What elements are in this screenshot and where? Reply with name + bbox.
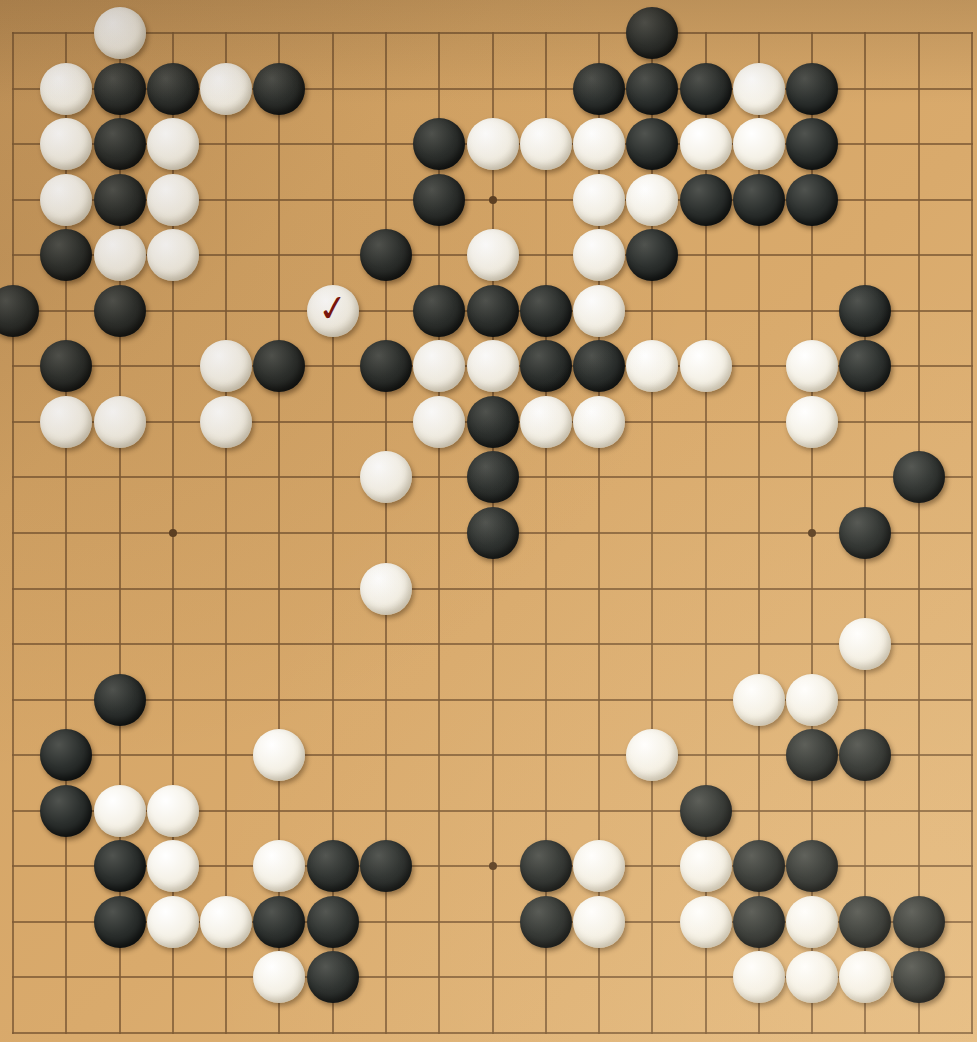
white-stone	[680, 840, 732, 892]
white-stone	[733, 951, 785, 1003]
white-stone	[626, 174, 678, 226]
black-stone	[94, 118, 146, 170]
white-stone	[147, 840, 199, 892]
white-stone	[200, 63, 252, 115]
black-stone	[467, 396, 519, 448]
black-stone	[360, 840, 412, 892]
white-stone	[680, 340, 732, 392]
white-stone	[40, 63, 92, 115]
black-stone	[467, 285, 519, 337]
white-stone	[786, 674, 838, 726]
white-stone	[94, 229, 146, 281]
white-stone	[147, 785, 199, 837]
white-stone	[467, 229, 519, 281]
black-stone	[40, 785, 92, 837]
white-stone	[40, 118, 92, 170]
white-stone	[520, 118, 572, 170]
white-stone	[573, 285, 625, 337]
white-stone	[786, 951, 838, 1003]
white-stone	[680, 118, 732, 170]
white-stone	[147, 896, 199, 948]
white-stone	[200, 896, 252, 948]
black-stone	[680, 63, 732, 115]
white-stone	[147, 174, 199, 226]
black-stone	[467, 507, 519, 559]
white-stone	[94, 7, 146, 59]
white-stone	[839, 618, 891, 670]
white-stone	[573, 840, 625, 892]
white-stone	[40, 174, 92, 226]
white-stone	[200, 340, 252, 392]
white-stone	[786, 896, 838, 948]
white-stone	[573, 396, 625, 448]
black-stone	[94, 840, 146, 892]
black-stone	[626, 118, 678, 170]
white-stone	[307, 285, 359, 337]
white-stone	[40, 396, 92, 448]
white-stone	[520, 396, 572, 448]
white-stone	[94, 785, 146, 837]
white-stone	[839, 951, 891, 1003]
star-point	[169, 529, 177, 537]
black-stone	[573, 63, 625, 115]
black-stone	[786, 118, 838, 170]
white-stone	[573, 229, 625, 281]
black-stone	[680, 785, 732, 837]
white-stone	[733, 674, 785, 726]
black-stone	[733, 840, 785, 892]
black-stone	[520, 896, 572, 948]
white-stone	[360, 563, 412, 615]
black-stone	[253, 896, 305, 948]
black-stone	[94, 674, 146, 726]
white-stone	[200, 396, 252, 448]
black-stone	[467, 451, 519, 503]
black-stone	[413, 174, 465, 226]
black-stone	[733, 174, 785, 226]
black-stone	[839, 507, 891, 559]
white-stone	[573, 896, 625, 948]
black-stone	[307, 840, 359, 892]
black-stone	[94, 174, 146, 226]
white-stone	[360, 451, 412, 503]
white-stone	[626, 729, 678, 781]
black-stone	[839, 729, 891, 781]
white-stone	[573, 174, 625, 226]
black-stone	[94, 63, 146, 115]
black-stone	[307, 896, 359, 948]
white-stone	[253, 951, 305, 1003]
grid-line-vertical	[12, 32, 14, 1034]
black-stone	[626, 63, 678, 115]
go-board[interactable]: ✓	[0, 0, 977, 1042]
black-stone	[839, 896, 891, 948]
star-point	[489, 196, 497, 204]
black-stone	[94, 285, 146, 337]
grid-line-vertical	[918, 32, 920, 1034]
white-stone	[94, 396, 146, 448]
white-stone	[413, 340, 465, 392]
white-stone	[786, 340, 838, 392]
black-stone	[40, 729, 92, 781]
black-stone	[147, 63, 199, 115]
black-stone	[680, 174, 732, 226]
white-stone	[786, 396, 838, 448]
black-stone	[253, 63, 305, 115]
black-stone	[520, 840, 572, 892]
white-stone	[253, 729, 305, 781]
black-stone	[573, 340, 625, 392]
white-stone	[626, 340, 678, 392]
white-stone	[413, 396, 465, 448]
black-stone	[520, 285, 572, 337]
black-stone	[40, 340, 92, 392]
white-stone	[467, 340, 519, 392]
black-stone	[893, 451, 945, 503]
black-stone	[413, 118, 465, 170]
black-stone	[307, 951, 359, 1003]
star-point	[489, 862, 497, 870]
black-stone	[626, 7, 678, 59]
black-stone	[786, 63, 838, 115]
black-stone	[786, 840, 838, 892]
black-stone	[40, 229, 92, 281]
grid-line-vertical	[225, 32, 227, 1034]
star-point	[808, 529, 816, 537]
black-stone	[733, 896, 785, 948]
black-stone	[360, 340, 412, 392]
black-stone	[94, 896, 146, 948]
black-stone	[893, 896, 945, 948]
black-stone	[520, 340, 572, 392]
white-stone	[733, 118, 785, 170]
black-stone	[786, 729, 838, 781]
white-stone	[733, 63, 785, 115]
white-stone	[147, 229, 199, 281]
white-stone	[467, 118, 519, 170]
black-stone	[0, 285, 39, 337]
black-stone	[839, 340, 891, 392]
black-stone	[413, 285, 465, 337]
black-stone	[253, 340, 305, 392]
black-stone	[360, 229, 412, 281]
white-stone	[147, 118, 199, 170]
black-stone	[626, 229, 678, 281]
black-stone	[839, 285, 891, 337]
white-stone	[680, 896, 732, 948]
black-stone	[786, 174, 838, 226]
grid-line-vertical	[971, 32, 973, 1034]
black-stone	[893, 951, 945, 1003]
go-board-photo: ✓	[0, 0, 977, 1042]
white-stone	[253, 840, 305, 892]
white-stone	[573, 118, 625, 170]
